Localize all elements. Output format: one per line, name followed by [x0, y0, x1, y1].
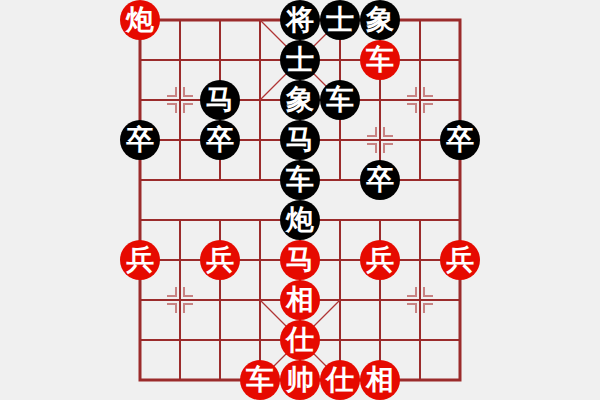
piece-red-advisor[interactable]: 仕	[320, 360, 360, 400]
piece-red-elephant[interactable]: 相	[280, 280, 320, 320]
pieces-layer: 炮车兵兵马兵兵相仕车帅仕相将士象士马象车卒卒马卒车卒炮	[0, 0, 600, 400]
xiangqi-board-screen: 炮车兵兵马兵兵相仕车帅仕相将士象士马象车卒卒马卒车卒炮	[0, 0, 600, 400]
piece-black-elephant[interactable]: 象	[280, 80, 320, 120]
piece-black-cannon[interactable]: 炮	[280, 200, 320, 240]
piece-black-horse[interactable]: 马	[200, 80, 240, 120]
piece-black-pawn[interactable]: 卒	[440, 120, 480, 160]
piece-black-chariot[interactable]: 车	[280, 160, 320, 200]
piece-black-pawn[interactable]: 卒	[360, 160, 400, 200]
piece-red-horse[interactable]: 马	[280, 240, 320, 280]
piece-red-advisor[interactable]: 仕	[280, 320, 320, 360]
piece-red-king[interactable]: 帅	[280, 360, 320, 400]
piece-red-cannon[interactable]: 炮	[120, 0, 160, 40]
piece-black-advisor[interactable]: 士	[280, 40, 320, 80]
piece-red-pawn[interactable]: 兵	[120, 240, 160, 280]
piece-red-chariot[interactable]: 车	[240, 360, 280, 400]
piece-black-horse[interactable]: 马	[280, 120, 320, 160]
piece-black-king[interactable]: 将	[280, 0, 320, 40]
piece-black-advisor[interactable]: 士	[320, 0, 360, 40]
piece-red-pawn[interactable]: 兵	[440, 240, 480, 280]
piece-black-pawn[interactable]: 卒	[200, 120, 240, 160]
piece-black-elephant[interactable]: 象	[360, 0, 400, 40]
piece-red-chariot[interactable]: 车	[360, 40, 400, 80]
piece-red-pawn[interactable]: 兵	[360, 240, 400, 280]
piece-red-elephant[interactable]: 相	[360, 360, 400, 400]
piece-black-pawn[interactable]: 卒	[120, 120, 160, 160]
piece-red-pawn[interactable]: 兵	[200, 240, 240, 280]
piece-black-chariot[interactable]: 车	[320, 80, 360, 120]
